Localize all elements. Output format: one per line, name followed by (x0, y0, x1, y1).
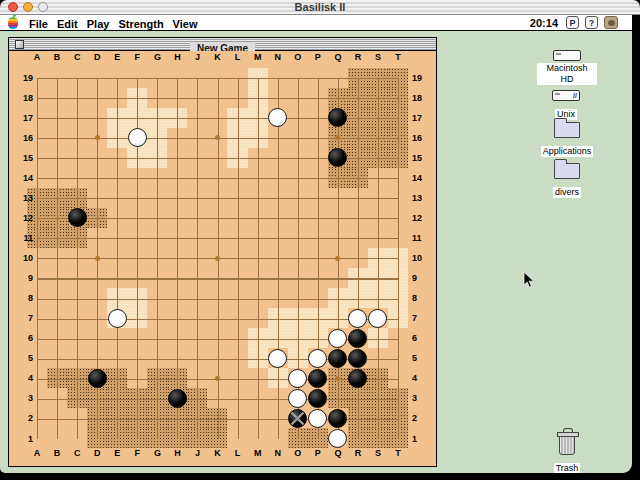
row-label-right-12: 12 (412, 208, 434, 228)
desktop-icon-macintosh-hd[interactable]: Macintosh HD (537, 50, 597, 86)
white-influence-cell (107, 288, 127, 308)
black-territory-cell (47, 188, 67, 208)
go-board[interactable] (27, 68, 408, 449)
col-label-C: C (67, 52, 87, 63)
col-label-N: N (268, 52, 288, 63)
row-label-right-2: 2 (412, 408, 434, 428)
go-board-area: AABBCCDDEEFFGGHHJJKKLLMMNNOOPPQQRRSSTT19… (9, 51, 436, 466)
row-label-right-6: 6 (412, 328, 434, 348)
help-icon[interactable]: ? (585, 16, 598, 29)
white-stone-S7[interactable] (368, 309, 387, 328)
row-label-right-14: 14 (412, 168, 434, 188)
col-label-P: P (308, 52, 328, 63)
col-label-K: K (208, 52, 228, 63)
row-label-left-11: 11 (13, 228, 33, 248)
unix-disk-icon: // (536, 90, 596, 101)
col-label-B: B (47, 448, 67, 459)
row-label-left-17: 17 (13, 108, 33, 128)
black-stone-Q2[interactable] (328, 409, 347, 428)
white-stone-F16[interactable] (128, 128, 147, 147)
col-label-S: S (368, 448, 388, 459)
row-label-right-5: 5 (412, 348, 434, 368)
white-influence-cell (127, 108, 147, 128)
white-influence-cell (288, 308, 308, 328)
col-label-H: H (167, 52, 187, 63)
white-influence-cell (368, 328, 388, 348)
white-influence-cell (328, 308, 348, 328)
menubar-right-cluster: 20:14 P ? (530, 16, 618, 29)
keyboard-layout-icon[interactable]: P (566, 16, 579, 29)
col-label-A: A (27, 52, 47, 63)
row-label-left-10: 10 (13, 248, 33, 268)
game-window-titlebar[interactable]: New Game (9, 38, 436, 51)
row-label-right-11: 11 (412, 228, 434, 248)
white-influence-cell (127, 88, 147, 108)
row-label-left-1: 1 (13, 429, 33, 449)
row-label-right-13: 13 (412, 188, 434, 208)
col-label-Q: Q (328, 52, 348, 63)
black-stone-P4[interactable] (308, 369, 327, 388)
white-influence-cell (308, 328, 328, 348)
black-territory-cell (107, 428, 127, 448)
black-territory-cell (328, 168, 348, 188)
col-label-C: C (67, 448, 87, 459)
col-label-P: P (308, 448, 328, 459)
white-influence-cell (388, 248, 408, 268)
black-territory-cell (288, 428, 308, 448)
white-influence-cell (328, 288, 348, 308)
black-territory-cell (87, 208, 107, 228)
screen-bottom-filler (0, 473, 640, 480)
col-label-B: B (47, 52, 67, 63)
black-territory-cell (187, 428, 207, 448)
black-territory-cell (368, 408, 388, 428)
col-label-T: T (388, 448, 408, 459)
white-stone-N5[interactable] (268, 349, 287, 368)
black-territory-cell (87, 408, 107, 428)
white-influence-cell (167, 108, 187, 128)
white-influence-cell (388, 288, 408, 308)
white-influence-cell (147, 128, 167, 148)
black-territory-cell (167, 428, 187, 448)
col-label-J: J (187, 448, 207, 459)
icon-label: divers (553, 187, 581, 198)
black-territory-cell (388, 408, 408, 428)
black-territory-cell (388, 68, 408, 88)
white-stone-R7[interactable] (348, 309, 367, 328)
marked-black-stone-O2[interactable] (288, 409, 307, 428)
menu-play[interactable]: Play (87, 18, 110, 30)
white-influence-cell (248, 68, 268, 88)
col-label-R: R (348, 448, 368, 459)
col-label-M: M (248, 52, 268, 63)
black-territory-cell (348, 388, 368, 408)
col-label-H: H (167, 448, 187, 459)
black-territory-cell (348, 148, 368, 168)
black-territory-cell (67, 388, 87, 408)
white-influence-cell (368, 268, 388, 288)
hoshi-point (215, 135, 220, 140)
col-label-R: R (348, 52, 368, 63)
row-label-left-8: 8 (13, 288, 33, 308)
white-stone-E7[interactable] (108, 309, 127, 328)
black-stone-P3[interactable] (308, 389, 327, 408)
black-territory-cell (388, 128, 408, 148)
hoshi-point (335, 135, 340, 140)
black-territory-cell (187, 388, 207, 408)
black-territory-cell (147, 388, 167, 408)
row-label-left-12: 12 (13, 208, 33, 228)
row-label-left-15: 15 (13, 148, 33, 168)
icon-label: Macintosh HD (537, 63, 597, 85)
black-stone-H3[interactable] (168, 389, 187, 408)
white-stone-P5[interactable] (308, 349, 327, 368)
row-label-right-9: 9 (412, 268, 434, 288)
black-territory-cell (87, 428, 107, 448)
col-label-J: J (187, 52, 207, 63)
hoshi-point (215, 376, 220, 381)
white-influence-cell (127, 308, 147, 328)
row-label-right-8: 8 (412, 288, 434, 308)
white-influence-cell (288, 328, 308, 348)
menu-items: FileEditPlayStrengthView (29, 14, 206, 32)
row-label-right-18: 18 (412, 88, 434, 108)
white-influence-cell (248, 128, 268, 148)
black-territory-cell (328, 388, 348, 408)
row-label-right-3: 3 (412, 388, 434, 408)
black-territory-cell (47, 208, 67, 228)
black-territory-cell (368, 428, 388, 448)
desktop-icon-unix[interactable]: // Unix (536, 90, 596, 121)
row-label-left-13: 13 (13, 188, 33, 208)
white-influence-cell (248, 88, 268, 108)
white-stone-O4[interactable] (288, 369, 307, 388)
white-influence-cell (388, 308, 408, 328)
folder-icon (537, 118, 597, 138)
folder-icon (537, 159, 597, 179)
black-territory-cell (67, 188, 87, 208)
row-label-left-19: 19 (13, 68, 33, 88)
row-label-left-18: 18 (13, 88, 33, 108)
row-label-right-16: 16 (412, 128, 434, 148)
white-influence-cell (127, 148, 147, 168)
white-influence-cell (248, 328, 268, 348)
col-label-N: N (268, 448, 288, 459)
white-influence-cell (368, 248, 388, 268)
col-label-Q: Q (328, 448, 348, 459)
black-stone-R6[interactable] (348, 329, 367, 348)
black-territory-cell (328, 88, 348, 108)
white-stone-O3[interactable] (288, 389, 307, 408)
row-label-left-2: 2 (13, 408, 33, 428)
host-window-title: Basilisk II (0, 1, 640, 13)
black-territory-cell (388, 148, 408, 168)
trash-icon (537, 429, 597, 455)
hoshi-point (335, 256, 340, 261)
icon-label: Applications (541, 146, 594, 157)
col-label-M: M (248, 448, 268, 459)
black-territory-cell (147, 368, 167, 388)
row-label-left-9: 9 (13, 268, 33, 288)
white-influence-cell (308, 308, 328, 328)
black-territory-cell (127, 428, 147, 448)
white-influence-cell (107, 108, 127, 128)
row-label-right-10: 10 (412, 248, 434, 268)
black-territory-cell (348, 108, 368, 128)
col-label-O: O (288, 52, 308, 63)
row-label-right-7: 7 (412, 308, 434, 328)
black-territory-cell (388, 108, 408, 128)
white-influence-cell (248, 348, 268, 368)
black-territory-cell (368, 148, 388, 168)
row-label-left-14: 14 (13, 168, 33, 188)
black-stone-Q5[interactable] (328, 349, 347, 368)
white-influence-cell (107, 128, 127, 148)
application-menu-icon[interactable] (604, 16, 618, 29)
black-territory-cell (167, 368, 187, 388)
black-territory-cell (47, 368, 67, 388)
black-territory-cell (368, 68, 388, 88)
close-box[interactable] (15, 40, 24, 49)
row-label-left-16: 16 (13, 128, 33, 148)
col-label-E: E (107, 448, 127, 459)
col-label-G: G (147, 52, 167, 63)
game-window-title: New Game (9, 38, 436, 50)
row-label-left-5: 5 (13, 348, 33, 368)
hoshi-point (95, 256, 100, 261)
black-territory-cell (388, 388, 408, 408)
black-territory-cell (47, 228, 67, 248)
col-label-G: G (147, 448, 167, 459)
white-stone-Q1[interactable] (328, 429, 347, 448)
black-territory-cell (368, 368, 388, 388)
black-territory-cell (207, 428, 227, 448)
black-territory-cell (127, 388, 147, 408)
black-territory-cell (207, 408, 227, 428)
col-label-T: T (388, 52, 408, 63)
desktop-icon-applications[interactable]: Applications (537, 118, 597, 158)
emulator-screen: Basilisk II FileEditPlayStrengthView 20:… (0, 0, 640, 480)
black-territory-cell (147, 408, 167, 428)
black-territory-cell (167, 408, 187, 428)
row-label-right-4: 4 (412, 368, 434, 388)
col-label-F: F (127, 52, 147, 63)
col-label-L: L (228, 52, 248, 63)
white-influence-cell (147, 148, 167, 168)
row-label-left-6: 6 (13, 328, 33, 348)
black-territory-cell (107, 368, 127, 388)
black-stone-C12[interactable] (68, 208, 87, 227)
hoshi-point (215, 256, 220, 261)
black-territory-cell (348, 128, 368, 148)
col-label-E: E (107, 52, 127, 63)
col-label-D: D (87, 448, 107, 459)
white-influence-cell (268, 328, 288, 348)
white-influence-cell (227, 128, 247, 148)
black-territory-cell (368, 388, 388, 408)
black-stone-R4[interactable] (348, 369, 367, 388)
white-stone-P2[interactable] (308, 409, 327, 428)
desktop-icon-trash[interactable]: Trash (537, 429, 597, 475)
black-territory-cell (107, 408, 127, 428)
black-territory-cell (368, 108, 388, 128)
row-label-left-7: 7 (13, 308, 33, 328)
screen-right-filler (632, 15, 640, 480)
col-label-A: A (27, 448, 47, 459)
black-stone-Q15[interactable] (328, 148, 347, 167)
white-influence-cell (288, 348, 308, 368)
white-influence-cell (348, 288, 368, 308)
hoshi-point (335, 376, 340, 381)
black-territory-cell (107, 388, 127, 408)
black-territory-cell (67, 228, 87, 248)
white-influence-cell (227, 108, 247, 128)
row-label-left-4: 4 (13, 368, 33, 388)
col-label-F: F (127, 448, 147, 459)
black-territory-cell (127, 408, 147, 428)
row-label-right-1: 1 (412, 429, 434, 449)
white-influence-cell (368, 288, 388, 308)
white-influence-cell (227, 148, 247, 168)
menu-view[interactable]: View (173, 18, 198, 30)
white-influence-cell (268, 368, 288, 388)
black-territory-cell (348, 428, 368, 448)
black-stone-Q17[interactable] (328, 108, 347, 127)
white-influence-cell (127, 288, 147, 308)
black-territory-cell (147, 428, 167, 448)
col-label-K: K (208, 448, 228, 459)
row-label-right-15: 15 (412, 148, 434, 168)
col-label-L: L (228, 448, 248, 459)
white-influence-cell (268, 308, 288, 328)
black-territory-cell (348, 68, 368, 88)
black-territory-cell (187, 408, 207, 428)
black-territory-cell (388, 428, 408, 448)
black-territory-cell (388, 88, 408, 108)
col-label-D: D (87, 52, 107, 63)
go-game-window: New Game AABBCCDDEEFFGGHHJJKKLLMMNNOOPPQ… (8, 37, 437, 467)
hoshi-point (95, 135, 100, 140)
black-territory-cell (348, 408, 368, 428)
white-stone-N17[interactable] (268, 108, 287, 127)
col-label-S: S (368, 52, 388, 63)
apple-menu-icon[interactable] (8, 17, 18, 29)
col-label-O: O (288, 448, 308, 459)
white-influence-cell (388, 268, 408, 288)
menu-file[interactable]: File (29, 18, 48, 30)
black-territory-cell (348, 88, 368, 108)
white-influence-cell (248, 108, 268, 128)
row-label-right-19: 19 (412, 68, 434, 88)
black-stone-R5[interactable] (348, 349, 367, 368)
desktop-icon-divers[interactable]: divers (537, 159, 597, 199)
black-territory-cell (87, 388, 107, 408)
menu-bar: FileEditPlayStrengthView 20:14 P ? (0, 15, 632, 31)
white-stone-Q6[interactable] (328, 329, 347, 348)
white-influence-cell (348, 268, 368, 288)
black-territory-cell (368, 128, 388, 148)
hard-disk-icon (537, 50, 597, 61)
menu-strength[interactable]: Strength (118, 18, 163, 30)
black-territory-cell (368, 88, 388, 108)
row-label-left-3: 3 (13, 388, 33, 408)
menubar-clock[interactable]: 20:14 (530, 17, 558, 29)
black-territory-cell (348, 168, 368, 188)
menu-edit[interactable]: Edit (57, 18, 78, 30)
row-label-right-17: 17 (412, 108, 434, 128)
black-territory-cell (67, 368, 87, 388)
white-influence-cell (147, 108, 167, 128)
black-territory-cell (308, 428, 328, 448)
black-stone-D4[interactable] (88, 369, 107, 388)
